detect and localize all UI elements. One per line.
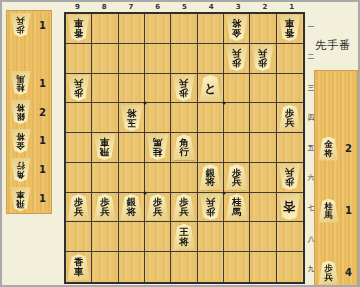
captured-count: 1 [345,205,352,216]
piece-kanji: 兵 [232,177,242,187]
captured-count: 1 [39,193,46,204]
gote-hand-slot-rook: 飛車1 [7,184,51,213]
piece-kanji: 車 [74,19,84,29]
square-6-7[interactable]: 歩兵 [145,193,171,223]
sente-tokin-piece[interactable]: と [199,75,222,101]
square-1-5[interactable] [277,133,303,163]
gote-hand-slot-knight: 桂馬1 [7,69,51,98]
square-4-3[interactable]: と [198,74,224,104]
piece-kanji: 歩 [258,58,268,68]
piece-kanji: と [204,82,216,94]
square-5-7[interactable]: 歩兵 [171,193,197,223]
square-2-6[interactable] [250,163,276,193]
square-9-8[interactable] [66,222,92,252]
square-7-1[interactable] [119,14,145,44]
square-7-3[interactable] [119,74,145,104]
piece-kanji: 歩 [206,207,216,217]
square-8-6[interactable] [92,163,118,193]
file-label: 9 [64,3,91,12]
sente-bishop-piece[interactable]: 角行 [172,134,195,160]
sente-pawn-piece[interactable]: 歩兵 [278,105,301,131]
piece-kanji: 玉 [127,118,137,128]
gote-hand-slot-silver: 銀将2 [7,98,51,127]
square-2-2[interactable]: 歩兵 [250,44,276,74]
piece-kanji: 兵 [16,17,25,26]
shogi-board: 香車金将香車歩兵歩兵歩兵歩兵と玉将歩兵飛車桂馬角行銀将歩兵歩兵歩兵歩兵銀将歩兵歩… [64,12,305,284]
square-6-6[interactable] [145,163,171,193]
piece-kanji: 車 [74,267,84,277]
square-4-7[interactable]: 歩兵 [198,193,224,223]
piece-kanji: 歩 [74,88,84,98]
piece-kanji: 将 [127,108,137,118]
square-8-4[interactable] [92,103,118,133]
square-5-1[interactable] [171,14,197,44]
piece-kanji: 飛 [100,147,110,157]
square-1-2[interactable] [277,44,303,74]
gote-rook-piece[interactable]: 飛車 [93,134,116,160]
square-1-3[interactable] [277,74,303,104]
gote-rook-piece[interactable]: 飛車 [10,187,31,211]
piece-kanji: 歩 [16,25,25,34]
gote-hand-slot-gold: 金将1 [7,126,51,155]
gote-knight-piece[interactable]: 桂馬 [146,134,169,160]
square-9-7[interactable]: 歩兵 [66,193,92,223]
square-1-1[interactable]: 香車 [277,14,303,44]
square-8-8[interactable] [92,222,118,252]
captured-count: 4 [345,267,352,278]
captured-count: 2 [39,107,46,118]
sente-pawn-piece[interactable]: 歩兵 [318,261,339,285]
square-5-3[interactable]: 歩兵 [171,74,197,104]
square-1-7[interactable]: 杏 [277,193,303,223]
square-9-5[interactable] [66,133,92,163]
sente-hand-slot-rook [315,71,357,102]
sente-knight-piece[interactable]: 桂馬 [225,194,248,220]
square-2-8[interactable] [250,222,276,252]
piece-kanji: 角 [16,170,25,179]
file-label: 7 [118,3,145,12]
gote-gold-piece[interactable]: 金将 [225,15,248,41]
square-6-2[interactable] [145,44,171,74]
piece-kanji: 金 [232,28,242,38]
square-4-6[interactable]: 銀将 [198,163,224,193]
square-3-5[interactable] [224,133,250,163]
piece-kanji: 行 [179,147,189,157]
piece-kanji: 銀 [16,112,25,121]
piece-kanji: 兵 [324,273,333,282]
piece-kanji: 兵 [100,207,110,217]
square-6-8[interactable] [145,222,171,252]
square-2-1[interactable] [250,14,276,44]
piece-kanji: 歩 [285,177,295,187]
square-4-4[interactable] [198,103,224,133]
file-label: 5 [171,3,198,12]
file-label: 4 [198,3,225,12]
piece-kanji: 杏 [284,201,296,213]
square-2-4[interactable] [250,103,276,133]
square-3-6[interactable]: 歩兵 [224,163,250,193]
square-4-9[interactable] [198,252,224,282]
square-6-9[interactable] [145,252,171,282]
gote-knight-piece[interactable]: 桂馬 [10,71,31,95]
square-1-4[interactable]: 歩兵 [277,103,303,133]
piece-kanji: 兵 [258,48,268,58]
piece-kanji: 桂 [153,147,163,157]
piece-kanji: 兵 [74,78,84,88]
captured-count: 1 [39,78,46,89]
square-9-9[interactable]: 香車 [66,252,92,282]
sente-gold-piece[interactable]: 金将 [318,137,339,161]
piece-kanji: 兵 [285,168,295,178]
piece-kanji: 馬 [324,211,333,220]
piece-kanji: 行 [16,161,25,170]
gote-lance-piece[interactable]: 香車 [278,15,301,41]
sente-hand-slot-bishop [315,102,357,133]
piece-kanji: 車 [16,190,25,199]
file-label: 8 [91,3,118,12]
square-6-3[interactable] [145,74,171,104]
piece-kanji: 兵 [206,197,216,207]
gote-captured-stand: 歩兵1桂馬1銀将2金将1角行1飛車1 [6,10,52,214]
square-5-9[interactable] [171,252,197,282]
square-5-4[interactable] [171,103,197,133]
turn-indicator: 先手番 [315,38,351,53]
gote-promoted-lance-piece[interactable]: 杏 [278,194,301,220]
sente-hand-slot-lance [315,226,357,257]
square-1-9[interactable] [277,252,303,282]
square-6-1[interactable] [145,14,171,44]
piece-kanji: 馬 [232,207,242,217]
square-9-6[interactable] [66,163,92,193]
file-label: 6 [144,3,171,12]
piece-kanji: 兵 [232,48,242,58]
square-3-1[interactable]: 金将 [224,14,250,44]
square-7-5[interactable] [119,133,145,163]
piece-kanji: 兵 [74,207,84,217]
square-8-1[interactable] [92,14,118,44]
sente-hand-slot-pawn: 歩兵4 [315,257,357,287]
square-5-2[interactable] [171,44,197,74]
square-2-9[interactable] [250,252,276,282]
gote-pawn-piece[interactable]: 歩兵 [10,13,31,37]
piece-kanji: 将 [324,149,333,158]
sente-king-piece[interactable]: 王将 [172,224,195,250]
captured-count: 2 [345,143,352,154]
sente-pawn-piece[interactable]: 歩兵 [225,164,248,190]
square-5-5[interactable]: 角行 [171,133,197,163]
sente-captured-stand: 金将2桂馬1歩兵4 [314,70,358,287]
square-2-7[interactable] [250,193,276,223]
piece-kanji: 香 [285,28,295,38]
piece-kanji: 将 [127,207,137,217]
gote-lance-piece[interactable]: 香車 [67,15,90,41]
gote-hand-slot-bishop: 角行1 [7,155,51,184]
square-3-8[interactable] [224,222,250,252]
piece-kanji: 兵 [153,207,163,217]
square-6-4[interactable] [145,103,171,133]
square-5-6[interactable] [171,163,197,193]
square-7-8[interactable] [119,222,145,252]
square-7-4[interactable]: 玉将 [119,103,145,133]
gote-pawn-piece[interactable]: 歩兵 [225,45,248,71]
gote-pawn-piece[interactable]: 歩兵 [278,164,301,190]
square-8-9[interactable] [92,252,118,282]
square-7-6[interactable] [119,163,145,193]
sente-lance-piece[interactable]: 香車 [67,254,90,280]
piece-kanji: 車 [285,19,295,29]
sente-hand-slot-knight: 桂馬1 [315,195,357,226]
file-label: 2 [251,3,278,12]
piece-kanji: 金 [16,141,25,150]
sente-hand-slot-silver [315,164,357,195]
piece-kanji: 歩 [232,58,242,68]
gote-gold-piece[interactable]: 金将 [10,129,31,153]
square-5-8[interactable]: 王将 [171,222,197,252]
square-6-5[interactable]: 桂馬 [145,133,171,163]
square-3-3[interactable] [224,74,250,104]
piece-kanji: 将 [16,103,25,112]
square-3-4[interactable] [224,103,250,133]
square-3-7[interactable]: 桂馬 [224,193,250,223]
sente-silver-piece[interactable]: 銀将 [199,164,222,190]
captured-count: 1 [39,164,46,175]
piece-kanji: 兵 [179,207,189,217]
square-7-2[interactable] [119,44,145,74]
sente-silver-piece[interactable]: 銀将 [120,194,143,220]
sente-pawn-piece[interactable]: 歩兵 [146,194,169,220]
square-8-2[interactable] [92,44,118,74]
piece-kanji: 兵 [285,118,295,128]
piece-kanji: 兵 [179,78,189,88]
piece-kanji: 将 [16,132,25,141]
square-9-1[interactable]: 香車 [66,14,92,44]
square-4-2[interactable] [198,44,224,74]
gote-pawn-piece[interactable]: 歩兵 [67,75,90,101]
square-4-5[interactable] [198,133,224,163]
square-1-6[interactable]: 歩兵 [277,163,303,193]
square-7-7[interactable]: 銀将 [119,193,145,223]
square-2-3[interactable] [250,74,276,104]
gote-pawn-piece[interactable]: 歩兵 [251,45,274,71]
sente-pawn-piece[interactable]: 歩兵 [67,194,90,220]
square-8-7[interactable]: 歩兵 [92,193,118,223]
square-2-5[interactable] [250,133,276,163]
sente-pawn-piece[interactable]: 歩兵 [172,194,195,220]
piece-kanji: 桂 [16,83,25,92]
square-8-5[interactable]: 飛車 [92,133,118,163]
sente-pawn-piece[interactable]: 歩兵 [93,194,116,220]
gote-silver-piece[interactable]: 銀将 [10,100,31,124]
square-4-1[interactable] [198,14,224,44]
captured-count: 1 [39,20,46,31]
square-8-3[interactable] [92,74,118,104]
square-9-2[interactable] [66,44,92,74]
piece-kanji: 香 [74,28,84,38]
square-3-9[interactable] [224,252,250,282]
captured-count: 1 [39,135,46,146]
sente-hand-slot-gold: 金将2 [315,133,357,164]
gote-hand-slot-lance [7,40,51,69]
file-label: 3 [225,3,252,12]
file-label: 1 [278,3,305,12]
piece-kanji: 将 [232,19,242,29]
piece-kanji: 将 [179,237,189,247]
piece-kanji: 馬 [153,138,163,148]
square-9-3[interactable]: 歩兵 [66,74,92,104]
piece-kanji: 車 [100,138,110,148]
gote-pawn-piece[interactable]: 歩兵 [199,194,222,220]
file-coordinates: 987654321 [64,3,305,12]
square-3-2[interactable]: 歩兵 [224,44,250,74]
gote-hand-slot-pawn: 歩兵1 [7,11,51,40]
shogi-app: 歩兵1桂馬1銀将2金将1角行1飛車1 987654321 香車金将香車歩兵歩兵歩… [0,0,360,287]
gote-bishop-piece[interactable]: 角行 [10,158,31,182]
piece-kanji: 馬 [16,74,25,83]
square-1-8[interactable] [277,222,303,252]
square-9-4[interactable] [66,103,92,133]
square-4-8[interactable] [198,222,224,252]
sente-knight-piece[interactable]: 桂馬 [318,199,339,223]
gote-king-piece[interactable]: 玉将 [120,105,143,131]
piece-kanji: 歩 [179,88,189,98]
gote-pawn-piece[interactable]: 歩兵 [172,75,195,101]
square-7-9[interactable] [119,252,145,282]
piece-kanji: 将 [206,177,216,187]
